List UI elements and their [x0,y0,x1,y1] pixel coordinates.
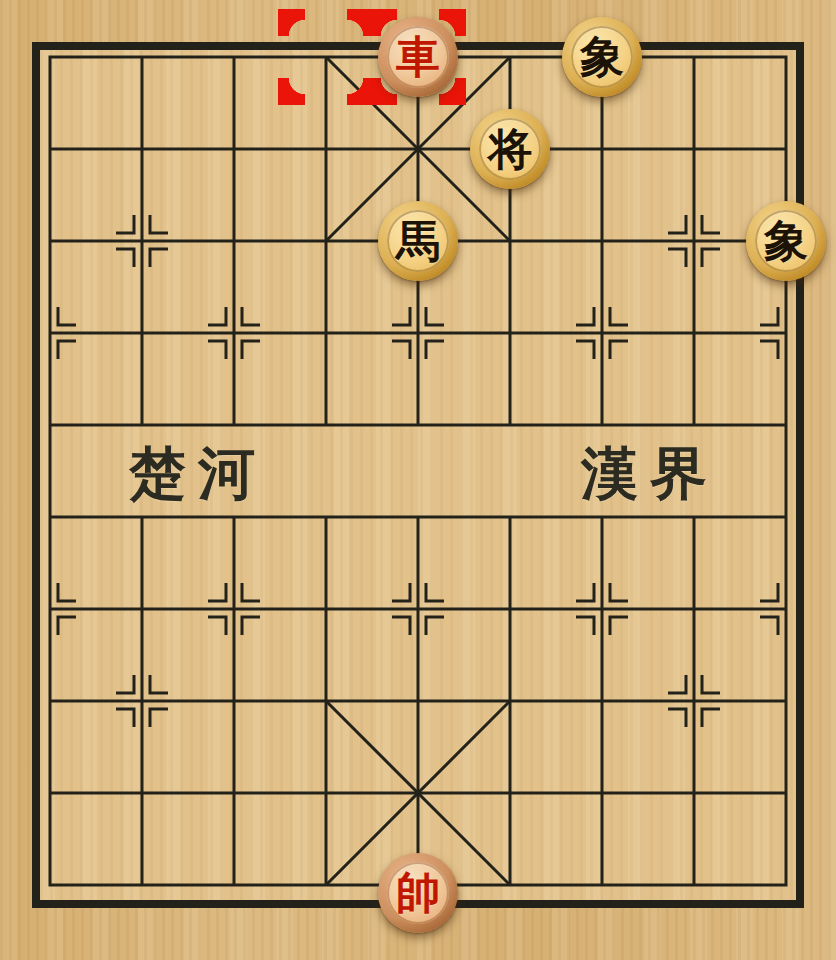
piece-black-elephant[interactable]: 象 [746,201,826,281]
piece-character: 馬 [396,219,440,263]
river-label-left: 楚河 [129,436,267,513]
marker-corner-icon [278,9,305,36]
piece-red-chariot[interactable]: 車 [378,17,458,97]
piece-character: 象 [764,219,808,263]
piece-face: 将 [479,118,541,180]
river-label-right: 漢界 [581,436,719,513]
wood-background: { "game": "xiangqi", "position": { "fen"… [0,0,836,960]
piece-face: 帥 [387,862,449,924]
piece-black-horse[interactable]: 馬 [378,201,458,281]
last-move-origin-marker [278,9,374,105]
piece-face: 象 [571,26,633,88]
piece-face: 車 [387,26,449,88]
piece-character: 車 [396,35,440,79]
piece-black-elephant[interactable]: 象 [562,17,642,97]
piece-red-general[interactable]: 帥 [378,853,458,933]
piece-face: 馬 [387,210,449,272]
piece-character: 象 [580,35,624,79]
piece-black-general[interactable]: 将 [470,109,550,189]
piece-face: 象 [755,210,817,272]
piece-character: 帥 [396,871,440,915]
marker-corner-icon [278,78,305,105]
piece-character: 将 [488,127,532,171]
